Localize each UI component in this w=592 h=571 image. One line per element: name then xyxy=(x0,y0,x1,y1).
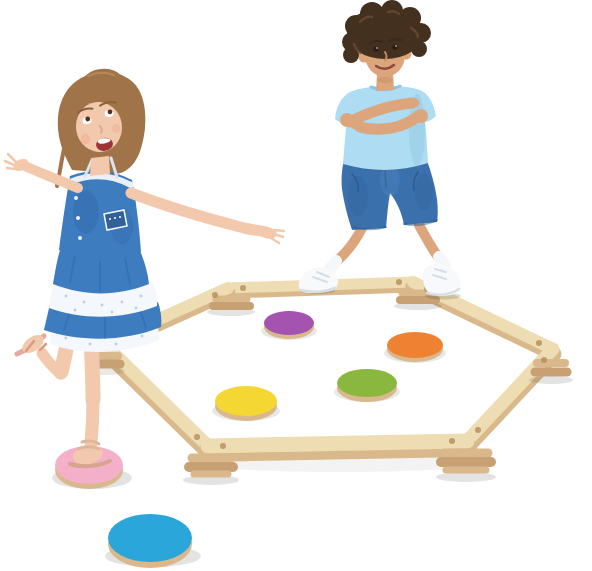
stepping-stone-yellow xyxy=(212,386,280,421)
boy-eye-glint xyxy=(376,47,378,49)
stepping-stone-blue xyxy=(105,514,201,568)
pivot-hole xyxy=(449,438,455,444)
boy-right-hand xyxy=(407,98,420,108)
corner-foot-bottom-right xyxy=(436,453,496,482)
boy-shorts-shading xyxy=(415,174,433,210)
boy-eye xyxy=(392,44,397,49)
stone-top xyxy=(108,514,192,562)
girl-right-arm xyxy=(131,193,266,232)
stone-top xyxy=(264,311,314,335)
product-photo-stage xyxy=(0,0,592,571)
boy-right-shin xyxy=(419,225,438,257)
stone-top xyxy=(387,332,443,358)
boy-left-sock xyxy=(329,261,336,270)
pivot-hole xyxy=(212,292,218,298)
girl-neck xyxy=(90,156,110,176)
balance-beam-scene xyxy=(0,0,592,571)
boy-eye xyxy=(373,46,378,51)
stone-top xyxy=(215,386,277,416)
pivot-hole xyxy=(240,285,246,291)
corner-foot-top-left xyxy=(207,299,255,316)
pivot-hole xyxy=(475,427,481,433)
corner-foot-bottom-left xyxy=(183,458,239,485)
pivot-hole xyxy=(541,357,547,363)
boy-neck-shadow xyxy=(377,77,393,83)
boy-left-shin xyxy=(337,228,362,261)
stone-top xyxy=(337,369,397,397)
girl-right-calf xyxy=(91,400,93,443)
beam-bottom xyxy=(208,441,467,446)
boy-right-sock xyxy=(439,257,445,265)
pivot-hole xyxy=(194,434,200,440)
pivot-hole xyxy=(396,279,402,285)
pivot-hole xyxy=(220,443,226,449)
stepping-stone-orange xyxy=(384,332,446,363)
pivot-hole xyxy=(536,340,542,346)
foot-shadow xyxy=(529,376,573,384)
girl-bodice-pocket xyxy=(104,210,127,230)
boy-eye-glint xyxy=(395,45,397,47)
boy-shorts-shading xyxy=(348,176,368,216)
stepping-stone-green xyxy=(334,369,400,402)
corner-foot-right xyxy=(529,363,573,384)
stepping-stone-purple xyxy=(261,311,317,340)
boy-figure xyxy=(299,0,461,300)
